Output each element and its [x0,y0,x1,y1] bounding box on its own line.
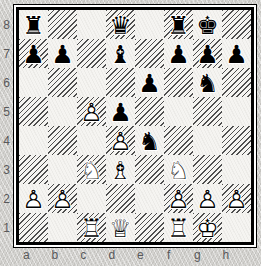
file-label-c: c [69,247,98,263]
square-d7[interactable]: ♝♝ [106,39,135,68]
black-king-icon[interactable]: ♚♚ [193,10,222,39]
square-b2[interactable]: ♟♙ [48,184,77,213]
file-label-g: g [183,247,212,263]
square-g7[interactable]: ♟♟ [193,39,222,68]
square-b6[interactable] [48,68,77,97]
square-b8[interactable] [48,10,77,39]
square-a4[interactable] [19,126,48,155]
square-d4[interactable]: ♟♙ [106,126,135,155]
square-c1[interactable]: ♜♖ [77,213,106,242]
rank-label-4: 4 [0,126,13,155]
square-g4[interactable] [193,126,222,155]
square-e7[interactable] [135,39,164,68]
white-pawn-icon[interactable]: ♟♙ [106,126,135,155]
black-pawn-icon[interactable]: ♟♟ [19,39,48,68]
file-label-d: d [98,247,127,263]
black-pawn-icon[interactable]: ♟♟ [106,97,135,126]
square-b5[interactable] [48,97,77,126]
square-c8[interactable] [77,10,106,39]
square-a6[interactable] [19,68,48,97]
square-f2[interactable]: ♟♙ [164,184,193,213]
file-label-h: h [212,247,241,263]
square-c2[interactable] [77,184,106,213]
square-g8[interactable]: ♚♚ [193,10,222,39]
square-g3[interactable] [193,155,222,184]
square-h7[interactable]: ♟♟ [222,39,251,68]
white-pawn-icon[interactable]: ♟♙ [19,184,48,213]
black-rook-icon[interactable]: ♜♜ [19,10,48,39]
black-pawn-icon[interactable]: ♟♟ [193,39,222,68]
square-d3[interactable]: ♝♗ [106,155,135,184]
square-a7[interactable]: ♟♟ [19,39,48,68]
rank-labels: 87654321 [0,10,13,242]
file-label-f: f [155,247,184,263]
black-queen-icon[interactable]: ♛♛ [106,10,135,39]
square-g2[interactable]: ♟♙ [193,184,222,213]
board-grid: ♜♜♛♛♜♜♚♚♟♟♟♟♝♝♟♟♟♟♟♟♟♟♞♞♟♙♟♟♟♙♞♞♞♘♝♗♞♘♟♙… [19,10,251,242]
square-e4[interactable]: ♞♞ [135,126,164,155]
rank-label-3: 3 [0,155,13,184]
rank-label-6: 6 [0,68,13,97]
black-pawn-icon[interactable]: ♟♟ [48,39,77,68]
square-g6[interactable]: ♞♞ [193,68,222,97]
rank-label-2: 2 [0,184,13,213]
square-d5[interactable]: ♟♟ [106,97,135,126]
square-h2[interactable]: ♟♙ [222,184,251,213]
square-h8[interactable] [222,10,251,39]
square-e3[interactable] [135,155,164,184]
white-king-icon[interactable]: ♚♔ [193,213,222,242]
file-label-a: a [12,247,41,263]
white-rook-icon[interactable]: ♜♖ [77,213,106,242]
square-e5[interactable] [135,97,164,126]
white-knight-icon[interactable]: ♞♘ [164,155,193,184]
square-e8[interactable] [135,10,164,39]
square-d8[interactable]: ♛♛ [106,10,135,39]
square-c4[interactable] [77,126,106,155]
square-h4[interactable] [222,126,251,155]
square-f6[interactable] [164,68,193,97]
square-g5[interactable] [193,97,222,126]
rank-label-5: 5 [0,97,13,126]
square-d6[interactable] [106,68,135,97]
rank-label-1: 1 [0,213,13,242]
square-f7[interactable]: ♟♟ [164,39,193,68]
square-c3[interactable]: ♞♘ [77,155,106,184]
white-pawn-icon[interactable]: ♟♙ [222,184,251,213]
square-b3[interactable] [48,155,77,184]
square-e2[interactable] [135,184,164,213]
board-frame: ♜♜♛♛♜♜♚♚♟♟♟♟♝♝♟♟♟♟♟♟♟♟♞♞♟♙♟♟♟♙♞♞♞♘♝♗♞♘♟♙… [13,4,257,248]
black-knight-icon[interactable]: ♞♞ [135,126,164,155]
square-a1[interactable] [19,213,48,242]
white-knight-icon[interactable]: ♞♘ [77,155,106,184]
rank-label-7: 7 [0,39,13,68]
square-c6[interactable] [77,68,106,97]
square-a5[interactable] [19,97,48,126]
square-f3[interactable]: ♞♘ [164,155,193,184]
black-bishop-icon[interactable]: ♝♝ [106,39,135,68]
square-g1[interactable]: ♚♔ [193,213,222,242]
square-f5[interactable] [164,97,193,126]
white-pawn-icon[interactable]: ♟♙ [193,184,222,213]
square-f4[interactable] [164,126,193,155]
square-d2[interactable] [106,184,135,213]
black-pawn-icon[interactable]: ♟♟ [135,68,164,97]
square-h1[interactable] [222,213,251,242]
white-queen-icon[interactable]: ♛♕ [106,213,135,242]
square-b7[interactable]: ♟♟ [48,39,77,68]
square-e6[interactable]: ♟♟ [135,68,164,97]
square-e1[interactable] [135,213,164,242]
white-bishop-icon[interactable]: ♝♗ [106,155,135,184]
black-knight-icon[interactable]: ♞♞ [193,68,222,97]
square-b1[interactable] [48,213,77,242]
square-f1[interactable]: ♜♖ [164,213,193,242]
black-rook-icon[interactable]: ♜♜ [164,10,193,39]
file-label-e: e [126,247,155,263]
black-pawn-icon[interactable]: ♟♟ [222,39,251,68]
square-f8[interactable]: ♜♜ [164,10,193,39]
square-c7[interactable] [77,39,106,68]
rank-label-8: 8 [0,10,13,39]
board-inner-frame: ♜♜♛♛♜♜♚♚♟♟♟♟♝♝♟♟♟♟♟♟♟♟♞♞♟♙♟♟♟♙♞♞♞♘♝♗♞♘♟♙… [16,7,254,245]
white-pawn-icon[interactable]: ♟♙ [77,97,106,126]
square-b4[interactable] [48,126,77,155]
black-pawn-icon[interactable]: ♟♟ [164,39,193,68]
square-h3[interactable] [222,155,251,184]
file-label-b: b [41,247,70,263]
white-rook-icon[interactable]: ♜♖ [164,213,193,242]
square-d1[interactable]: ♛♕ [106,213,135,242]
square-a8[interactable]: ♜♜ [19,10,48,39]
square-a3[interactable] [19,155,48,184]
square-h6[interactable] [222,68,251,97]
chess-diagram: 87654321 ♜♜♛♛♜♜♚♚♟♟♟♟♝♝♟♟♟♟♟♟♟♟♞♞♟♙♟♟♟♙♞… [0,0,261,266]
square-h5[interactable] [222,97,251,126]
white-pawn-icon[interactable]: ♟♙ [164,184,193,213]
square-a2[interactable]: ♟♙ [19,184,48,213]
white-pawn-icon[interactable]: ♟♙ [48,184,77,213]
file-labels: abcdefgh [12,247,240,263]
square-c5[interactable]: ♟♙ [77,97,106,126]
